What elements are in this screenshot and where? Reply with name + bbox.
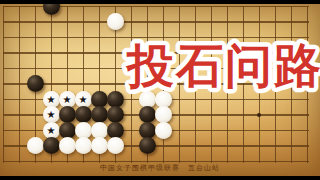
white-stone: [155, 106, 172, 123]
event-caption: 中国女子围棋甲级联赛 五台山站: [0, 163, 320, 173]
black-stone: [59, 122, 76, 139]
black-stone: [107, 122, 124, 139]
star-mark-icon: ★: [75, 91, 92, 108]
black-stone: [139, 137, 156, 154]
white-stone-marked: ★: [75, 91, 92, 108]
white-stone-marked: ★: [59, 91, 76, 108]
black-stone: [107, 106, 124, 123]
white-stone: [91, 122, 108, 139]
black-stone: [27, 75, 44, 92]
white-stone: [75, 137, 92, 154]
black-stone: [43, 137, 60, 154]
star-mark-icon: ★: [59, 91, 76, 108]
white-stone: [107, 13, 124, 30]
go-board[interactable]: ★★★★★: [0, 4, 320, 176]
star-mark-icon: ★: [43, 106, 60, 123]
black-stone: [59, 106, 76, 123]
star-mark-icon: ★: [43, 122, 60, 139]
letterbox-bar-bottom: [0, 176, 320, 180]
white-stone: [27, 137, 44, 154]
white-stone-marked: ★: [43, 122, 60, 139]
black-stone: [43, 4, 60, 15]
white-stone: [59, 137, 76, 154]
black-stone: [91, 106, 108, 123]
black-stone: [139, 122, 156, 139]
white-stone-marked: ★: [43, 106, 60, 123]
white-stone: [107, 137, 124, 154]
star-point: [257, 113, 261, 117]
black-stone: [91, 91, 108, 108]
white-stone: [75, 122, 92, 139]
black-stone: [139, 106, 156, 123]
black-stone: [75, 106, 92, 123]
white-stone: [155, 91, 172, 108]
white-stone: [91, 137, 108, 154]
white-stone: [139, 91, 156, 108]
white-stone: [155, 122, 172, 139]
letterbox-bar-top: [0, 0, 320, 4]
star-mark-icon: ★: [43, 91, 60, 108]
white-stone-marked: ★: [43, 91, 60, 108]
black-stone: [107, 91, 124, 108]
